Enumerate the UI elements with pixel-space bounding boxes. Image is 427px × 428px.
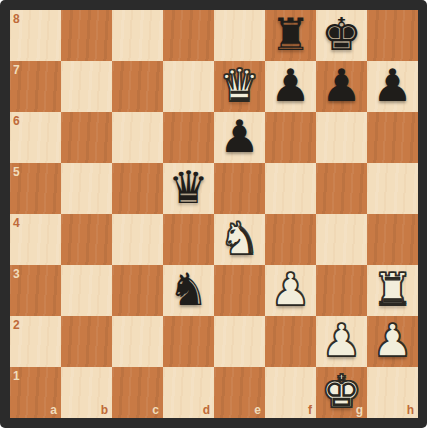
square-e8[interactable] xyxy=(214,10,265,61)
square-f8[interactable]: ♜ xyxy=(265,10,316,61)
piece-white-pawn-f3[interactable]: ♟ xyxy=(270,264,310,315)
piece-white-rook-h3[interactable]: ♜ xyxy=(372,264,412,315)
rank-label-1: 1 xyxy=(13,370,20,382)
square-h7[interactable]: ♟ xyxy=(367,61,418,112)
square-f7[interactable]: ♟ xyxy=(265,61,316,112)
square-d5[interactable]: ♛ xyxy=(163,163,214,214)
square-f4[interactable] xyxy=(265,214,316,265)
square-d4[interactable] xyxy=(163,214,214,265)
square-c5[interactable] xyxy=(112,163,163,214)
square-h4[interactable] xyxy=(367,214,418,265)
square-a8[interactable]: 8 xyxy=(10,10,61,61)
piece-black-pawn-g7[interactable]: ♟ xyxy=(321,60,361,111)
square-g3[interactable] xyxy=(316,265,367,316)
square-a5[interactable]: 5 xyxy=(10,163,61,214)
square-b2[interactable] xyxy=(61,316,112,367)
square-a6[interactable]: 6 xyxy=(10,112,61,163)
square-f5[interactable] xyxy=(265,163,316,214)
rank-label-4: 4 xyxy=(13,217,20,229)
square-b6[interactable] xyxy=(61,112,112,163)
rank-label-2: 2 xyxy=(13,319,20,331)
chess-board: 8♜♚7♛♟♟♟6♟5♛4♞3♞♟♜2♟♟1abcdefg♚h xyxy=(10,10,418,418)
square-d2[interactable] xyxy=(163,316,214,367)
square-b4[interactable] xyxy=(61,214,112,265)
file-label-c: c xyxy=(152,404,159,416)
square-c3[interactable] xyxy=(112,265,163,316)
square-g5[interactable] xyxy=(316,163,367,214)
square-d7[interactable] xyxy=(163,61,214,112)
piece-black-queen-d5[interactable]: ♛ xyxy=(168,162,208,213)
rank-label-7: 7 xyxy=(13,64,20,76)
square-e3[interactable] xyxy=(214,265,265,316)
square-a1[interactable]: 1a xyxy=(10,367,61,418)
square-h2[interactable]: ♟ xyxy=(367,316,418,367)
rank-label-8: 8 xyxy=(13,13,20,25)
square-g4[interactable] xyxy=(316,214,367,265)
square-c8[interactable] xyxy=(112,10,163,61)
square-b7[interactable] xyxy=(61,61,112,112)
rank-label-6: 6 xyxy=(13,115,20,127)
square-b8[interactable] xyxy=(61,10,112,61)
square-e5[interactable] xyxy=(214,163,265,214)
square-h6[interactable] xyxy=(367,112,418,163)
square-g2[interactable]: ♟ xyxy=(316,316,367,367)
square-a3[interactable]: 3 xyxy=(10,265,61,316)
piece-black-pawn-f7[interactable]: ♟ xyxy=(270,60,310,111)
rank-label-3: 3 xyxy=(13,268,20,280)
piece-black-pawn-e6[interactable]: ♟ xyxy=(219,111,259,162)
piece-white-pawn-g2[interactable]: ♟ xyxy=(321,315,361,366)
square-b3[interactable] xyxy=(61,265,112,316)
piece-white-king-g1[interactable]: ♚ xyxy=(321,366,361,417)
square-d3[interactable]: ♞ xyxy=(163,265,214,316)
file-label-e: e xyxy=(254,404,261,416)
square-h5[interactable] xyxy=(367,163,418,214)
rank-label-5: 5 xyxy=(13,166,20,178)
square-c6[interactable] xyxy=(112,112,163,163)
piece-black-king-g8[interactable]: ♚ xyxy=(321,9,361,60)
square-g8[interactable]: ♚ xyxy=(316,10,367,61)
square-f2[interactable] xyxy=(265,316,316,367)
piece-black-rook-f8[interactable]: ♜ xyxy=(270,9,310,60)
file-label-f: f xyxy=(308,404,312,416)
file-label-h: h xyxy=(407,404,414,416)
square-f1[interactable]: f xyxy=(265,367,316,418)
square-f6[interactable] xyxy=(265,112,316,163)
square-c7[interactable] xyxy=(112,61,163,112)
square-g1[interactable]: g♚ xyxy=(316,367,367,418)
square-c4[interactable] xyxy=(112,214,163,265)
square-h1[interactable]: h xyxy=(367,367,418,418)
square-e7[interactable]: ♛ xyxy=(214,61,265,112)
square-c1[interactable]: c xyxy=(112,367,163,418)
file-label-a: a xyxy=(50,404,57,416)
square-h3[interactable]: ♜ xyxy=(367,265,418,316)
piece-white-knight-e4[interactable]: ♞ xyxy=(219,213,259,264)
file-label-b: b xyxy=(101,404,108,416)
square-e1[interactable]: e xyxy=(214,367,265,418)
piece-black-pawn-h7[interactable]: ♟ xyxy=(372,60,412,111)
square-e2[interactable] xyxy=(214,316,265,367)
square-g7[interactable]: ♟ xyxy=(316,61,367,112)
square-d1[interactable]: d xyxy=(163,367,214,418)
square-e4[interactable]: ♞ xyxy=(214,214,265,265)
square-c2[interactable] xyxy=(112,316,163,367)
piece-white-queen-e7[interactable]: ♛ xyxy=(219,60,259,111)
square-g6[interactable] xyxy=(316,112,367,163)
square-h8[interactable] xyxy=(367,10,418,61)
square-b1[interactable]: b xyxy=(61,367,112,418)
square-b5[interactable] xyxy=(61,163,112,214)
square-a2[interactable]: 2 xyxy=(10,316,61,367)
square-d8[interactable] xyxy=(163,10,214,61)
piece-black-knight-d3[interactable]: ♞ xyxy=(168,264,208,315)
square-a4[interactable]: 4 xyxy=(10,214,61,265)
square-d6[interactable] xyxy=(163,112,214,163)
square-e6[interactable]: ♟ xyxy=(214,112,265,163)
square-a7[interactable]: 7 xyxy=(10,61,61,112)
board-frame: 8♜♚7♛♟♟♟6♟5♛4♞3♞♟♜2♟♟1abcdefg♚h xyxy=(0,0,427,428)
square-f3[interactable]: ♟ xyxy=(265,265,316,316)
file-label-d: d xyxy=(203,404,210,416)
piece-white-pawn-h2[interactable]: ♟ xyxy=(372,315,412,366)
